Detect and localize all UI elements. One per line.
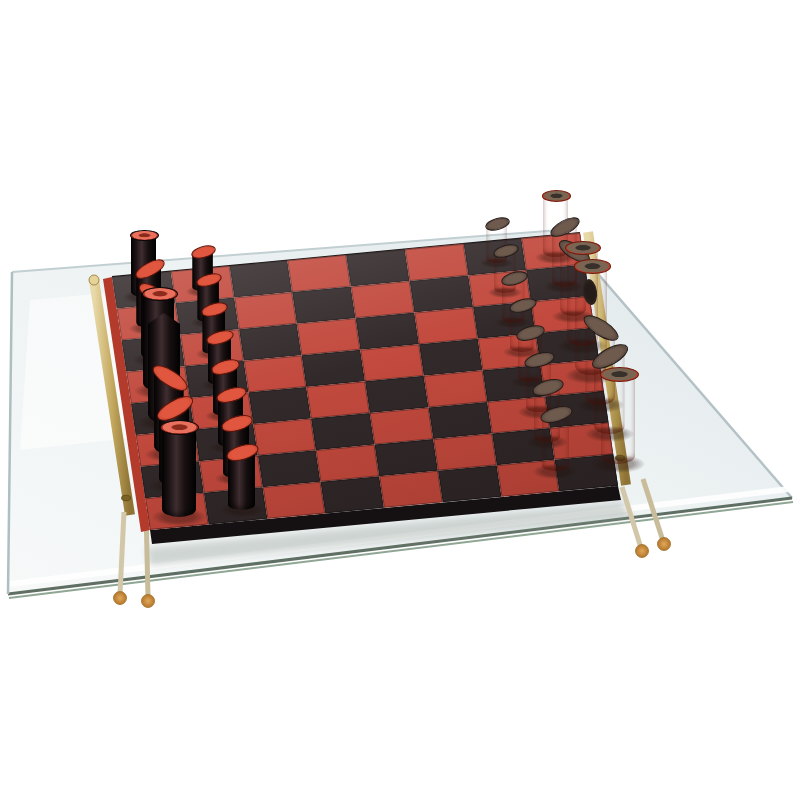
piece-cut-face [531, 376, 566, 399]
red-rook[interactable] [601, 373, 635, 463]
left-rail-foot-2 [142, 595, 155, 608]
black-rook[interactable] [162, 427, 196, 517]
square-h4[interactable] [379, 471, 442, 508]
piece-top-disc [142, 287, 177, 301]
black-pawn[interactable] [228, 444, 256, 510]
piece-top-disc [542, 190, 571, 202]
red-pawn[interactable] [542, 406, 570, 472]
right-rail-foot-2 [658, 538, 671, 551]
left-rail-top-cap [89, 275, 99, 285]
piece-body [601, 373, 635, 463]
square-h6[interactable] [262, 482, 325, 519]
piece-cut-face [210, 356, 242, 377]
left-rail-screw [122, 495, 131, 501]
right-rail-foot-1 [636, 545, 649, 558]
piece-body [162, 427, 196, 517]
square-h3[interactable] [438, 465, 501, 502]
piece-top-disc [574, 259, 611, 273]
piece-top-disc [600, 367, 639, 382]
left-rail-foot-1 [114, 592, 127, 605]
product-photo-scene [0, 0, 800, 800]
square-h5[interactable] [321, 476, 384, 513]
